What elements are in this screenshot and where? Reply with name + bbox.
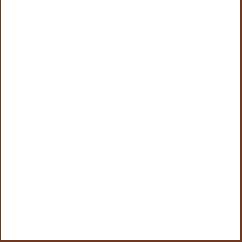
chess-board (1, 0, 240, 240)
chess-board-frame (0, 0, 242, 242)
